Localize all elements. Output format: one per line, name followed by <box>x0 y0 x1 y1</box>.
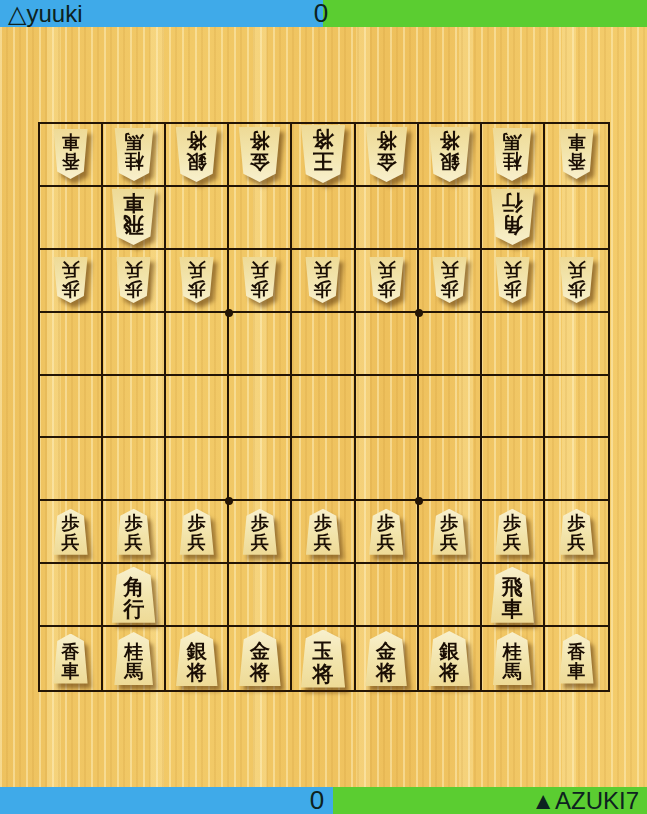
piece-kanji: 歩 <box>377 514 395 533</box>
piece-kanji: 馬 <box>124 662 143 682</box>
piece-kanji: 歩 <box>567 514 585 533</box>
board-cell[interactable]: 歩兵 <box>103 501 166 564</box>
piece-kanji: 将 <box>250 662 270 683</box>
board-cell[interactable]: 銀将 <box>419 124 482 187</box>
board-cell[interactable] <box>40 376 103 439</box>
piece-kanji: 銀 <box>187 151 207 172</box>
shogi-piece-sente[interactable]: 歩兵 <box>241 509 278 555</box>
piece-kanji: 歩 <box>440 514 458 533</box>
board-cell[interactable] <box>482 313 545 376</box>
top-player-name: △yuuki <box>8 0 82 27</box>
board-cell[interactable] <box>419 564 482 627</box>
bottom-player-score: 0 <box>304 786 330 813</box>
board-cell[interactable] <box>482 376 545 439</box>
piece-kanji: 兵 <box>188 260 206 279</box>
top-player-score: 0 <box>308 0 334 26</box>
board-cell[interactable]: 桂馬 <box>103 627 166 690</box>
board-cell[interactable] <box>356 313 419 376</box>
board-cell[interactable] <box>103 438 166 501</box>
board-cell[interactable]: 歩兵 <box>545 250 608 313</box>
board-cell[interactable] <box>40 313 103 376</box>
board-cell[interactable]: 金将 <box>356 124 419 187</box>
piece-kanji: 兵 <box>314 260 332 279</box>
shogi-piece-sente[interactable]: 歩兵 <box>304 509 341 555</box>
piece-kanji: 将 <box>376 130 396 151</box>
board-cell[interactable]: 歩兵 <box>419 501 482 564</box>
board-cell[interactable] <box>545 564 608 627</box>
board-cell[interactable]: 歩兵 <box>103 250 166 313</box>
piece-kanji: 歩 <box>251 514 269 533</box>
board-cell[interactable]: 金将 <box>229 627 292 690</box>
board-cell[interactable]: 銀将 <box>166 627 229 690</box>
piece-kanji: 将 <box>312 128 333 150</box>
piece-kanji: 歩 <box>125 279 143 298</box>
piece-kanji: 車 <box>62 132 80 151</box>
board-cell[interactable]: 金将 <box>229 124 292 187</box>
piece-kanji: 香 <box>62 643 80 662</box>
piece-kanji: 香 <box>567 643 585 662</box>
shogi-piece-sente[interactable]: 飛車 <box>489 567 536 623</box>
shogi-piece-sente[interactable]: 歩兵 <box>368 509 405 555</box>
piece-kanji: 王 <box>312 150 333 172</box>
board-cell[interactable] <box>356 187 419 250</box>
shogi-piece-sente[interactable]: 金将 <box>237 631 282 686</box>
shogi-piece-gote[interactable]: 銀将 <box>174 127 219 182</box>
piece-kanji: 金 <box>250 151 270 172</box>
board-cell[interactable] <box>419 376 482 439</box>
board-cell[interactable]: 歩兵 <box>292 250 355 313</box>
piece-kanji: 桂 <box>124 642 143 662</box>
piece-kanji: 銀 <box>439 641 459 662</box>
piece-kanji: 金 <box>376 641 396 662</box>
bottom-player-name: ▲AZUKI7 <box>531 787 639 814</box>
shogi-board: 香車桂馬銀将金将王将金将銀将桂馬香車飛車角行歩兵歩兵歩兵歩兵歩兵歩兵歩兵歩兵歩兵… <box>38 122 610 692</box>
piece-kanji: 馬 <box>503 662 522 682</box>
board-cell[interactable] <box>229 438 292 501</box>
board-cell[interactable] <box>292 187 355 250</box>
shogi-piece-gote[interactable]: 金将 <box>364 127 409 182</box>
shogi-piece-gote[interactable]: 歩兵 <box>494 257 531 303</box>
board-cell[interactable] <box>545 313 608 376</box>
board-cell[interactable]: 歩兵 <box>482 250 545 313</box>
board-cell[interactable]: 歩兵 <box>419 250 482 313</box>
board-cell[interactable] <box>545 438 608 501</box>
piece-kanji: 兵 <box>503 533 521 552</box>
shogi-piece-sente[interactable]: 角行 <box>110 567 157 623</box>
shogi-piece-gote[interactable]: 歩兵 <box>558 257 595 303</box>
piece-kanji: 角 <box>123 576 144 598</box>
shogi-piece-sente[interactable]: 玉将 <box>299 630 347 688</box>
board-cell[interactable] <box>292 438 355 501</box>
piece-kanji: 兵 <box>567 533 585 552</box>
piece-kanji: 車 <box>502 598 523 620</box>
piece-kanji: 兵 <box>251 260 269 279</box>
piece-kanji: 兵 <box>567 260 585 279</box>
piece-kanji: 香 <box>62 151 80 170</box>
bottom-score-bar: 0 ▲AZUKI7 <box>0 787 647 814</box>
piece-kanji: 歩 <box>188 279 206 298</box>
piece-kanji: 歩 <box>62 279 80 298</box>
shogi-piece-sente[interactable]: 銀将 <box>427 631 472 686</box>
board-cell[interactable] <box>229 376 292 439</box>
board-cell[interactable]: 歩兵 <box>166 250 229 313</box>
piece-kanji: 将 <box>250 130 270 151</box>
shogi-piece-gote[interactable]: 銀将 <box>427 127 472 182</box>
board-cell[interactable]: 歩兵 <box>545 501 608 564</box>
shogi-piece-gote[interactable]: 歩兵 <box>368 257 405 303</box>
shogi-piece-gote[interactable]: 歩兵 <box>241 257 278 303</box>
board-cell[interactable] <box>166 313 229 376</box>
board-cell[interactable]: 歩兵 <box>40 250 103 313</box>
piece-kanji: 兵 <box>125 260 143 279</box>
piece-kanji: 歩 <box>251 279 269 298</box>
board-cell[interactable] <box>419 313 482 376</box>
piece-kanji: 金 <box>376 151 396 172</box>
shogi-piece-gote[interactable]: 桂馬 <box>491 128 533 181</box>
board-cell[interactable]: 歩兵 <box>229 501 292 564</box>
board-cell[interactable]: 銀将 <box>419 627 482 690</box>
board-cell[interactable]: 桂馬 <box>482 627 545 690</box>
piece-kanji: 歩 <box>503 514 521 533</box>
board-cell[interactable]: 歩兵 <box>166 501 229 564</box>
piece-kanji: 歩 <box>314 279 332 298</box>
shogi-piece-gote[interactable]: 歩兵 <box>115 257 152 303</box>
piece-kanji: 将 <box>376 662 396 683</box>
piece-kanji: 将 <box>187 662 207 683</box>
board-cell[interactable] <box>229 564 292 627</box>
shogi-piece-sente[interactable]: 歩兵 <box>178 509 215 555</box>
piece-kanji: 桂 <box>124 151 143 171</box>
board-cell[interactable]: 金将 <box>356 627 419 690</box>
shogi-piece-gote[interactable]: 歩兵 <box>52 257 89 303</box>
piece-kanji: 車 <box>123 192 144 214</box>
shogi-piece-sente[interactable]: 歩兵 <box>558 509 595 555</box>
piece-kanji: 歩 <box>503 279 521 298</box>
shogi-piece-sente[interactable]: 銀将 <box>174 631 219 686</box>
shogi-piece-gote[interactable]: 香車 <box>52 129 89 179</box>
board-cell[interactable]: 桂馬 <box>103 124 166 187</box>
board-cell[interactable] <box>356 564 419 627</box>
piece-kanji: 歩 <box>125 514 143 533</box>
board-cell[interactable]: 歩兵 <box>292 501 355 564</box>
piece-kanji: 玉 <box>312 640 333 662</box>
piece-kanji: 兵 <box>377 260 395 279</box>
piece-kanji: 行 <box>502 192 523 214</box>
board-cell[interactable]: 歩兵 <box>40 501 103 564</box>
board-cell[interactable] <box>166 438 229 501</box>
board-cell[interactable] <box>40 438 103 501</box>
piece-kanji: 将 <box>187 130 207 151</box>
board-cell[interactable]: 銀将 <box>166 124 229 187</box>
piece-kanji: 兵 <box>440 260 458 279</box>
board-cell[interactable] <box>419 187 482 250</box>
board-cell[interactable] <box>166 564 229 627</box>
piece-kanji: 兵 <box>440 533 458 552</box>
piece-kanji: 将 <box>439 130 459 151</box>
piece-kanji: 香 <box>567 151 585 170</box>
piece-kanji: 車 <box>62 662 80 681</box>
board-cell[interactable]: 歩兵 <box>356 250 419 313</box>
piece-kanji: 金 <box>250 641 270 662</box>
piece-kanji: 将 <box>439 662 459 683</box>
piece-kanji: 歩 <box>377 279 395 298</box>
board-cell[interactable] <box>292 564 355 627</box>
piece-kanji: 行 <box>123 598 144 620</box>
piece-kanji: 車 <box>567 662 585 681</box>
piece-kanji: 兵 <box>188 533 206 552</box>
shogi-piece-sente[interactable]: 桂馬 <box>491 632 533 685</box>
piece-kanji: 歩 <box>567 279 585 298</box>
board-cell[interactable]: 香車 <box>545 627 608 690</box>
board-cell[interactable] <box>103 313 166 376</box>
shogi-piece-sente[interactable]: 桂馬 <box>113 632 155 685</box>
piece-kanji: 歩 <box>314 514 332 533</box>
piece-kanji: 飛 <box>502 576 523 598</box>
piece-kanji: 兵 <box>251 533 269 552</box>
board-cell[interactable]: 飛車 <box>482 564 545 627</box>
piece-kanji: 桂 <box>503 642 522 662</box>
shogi-piece-gote[interactable]: 角行 <box>489 189 536 245</box>
board-cell[interactable] <box>356 376 419 439</box>
board-cell[interactable] <box>545 376 608 439</box>
board-cell[interactable] <box>166 376 229 439</box>
piece-kanji: 銀 <box>439 151 459 172</box>
board-cell[interactable]: 歩兵 <box>482 501 545 564</box>
bottom-bar-blue-section <box>0 787 333 814</box>
piece-kanji: 兵 <box>62 260 80 279</box>
piece-kanji: 歩 <box>440 279 458 298</box>
shogi-piece-sente[interactable]: 金将 <box>364 631 409 686</box>
piece-kanji: 歩 <box>188 514 206 533</box>
board-cell[interactable]: 香車 <box>40 627 103 690</box>
shogi-piece-sente[interactable]: 歩兵 <box>431 509 468 555</box>
board-cell[interactable] <box>356 438 419 501</box>
board-cell[interactable] <box>229 313 292 376</box>
shogi-piece-gote[interactable]: 歩兵 <box>304 257 341 303</box>
board-cell[interactable]: 香車 <box>40 124 103 187</box>
shogi-piece-sente[interactable]: 香車 <box>558 634 595 684</box>
piece-kanji: 馬 <box>124 131 143 151</box>
piece-kanji: 車 <box>567 132 585 151</box>
piece-kanji: 飛 <box>123 214 144 236</box>
shogi-piece-gote[interactable]: 飛車 <box>110 189 157 245</box>
board-cell[interactable]: 玉将 <box>292 627 355 690</box>
board-cell[interactable]: 桂馬 <box>482 124 545 187</box>
piece-kanji: 銀 <box>187 641 207 662</box>
board-cell[interactable] <box>103 376 166 439</box>
piece-kanji: 歩 <box>62 514 80 533</box>
board-cell[interactable]: 角行 <box>103 564 166 627</box>
shogi-piece-sente[interactable]: 歩兵 <box>52 509 89 555</box>
board-cell[interactable] <box>229 187 292 250</box>
board-cell[interactable] <box>166 187 229 250</box>
top-score-bar: △yuuki 0 <box>0 0 647 27</box>
shogi-piece-sente[interactable]: 香車 <box>52 634 89 684</box>
top-bar-green-section <box>323 0 647 27</box>
piece-kanji: 将 <box>312 663 333 685</box>
shogi-piece-sente[interactable]: 歩兵 <box>494 509 531 555</box>
board-cell[interactable]: 王将 <box>292 124 355 187</box>
board-cell[interactable] <box>419 438 482 501</box>
piece-kanji: 兵 <box>377 533 395 552</box>
shogi-piece-gote[interactable]: 金将 <box>237 127 282 182</box>
piece-kanji: 兵 <box>314 533 332 552</box>
board-cell[interactable]: 香車 <box>545 124 608 187</box>
piece-kanji: 兵 <box>503 260 521 279</box>
shogi-piece-gote[interactable]: 歩兵 <box>178 257 215 303</box>
shogi-piece-gote[interactable]: 歩兵 <box>431 257 468 303</box>
board-cell[interactable] <box>40 564 103 627</box>
piece-kanji: 兵 <box>62 533 80 552</box>
board-cell[interactable] <box>292 376 355 439</box>
board-cell[interactable] <box>40 187 103 250</box>
piece-kanji: 桂 <box>503 151 522 171</box>
shogi-piece-gote[interactable]: 香車 <box>558 129 595 179</box>
shogi-piece-sente[interactable]: 歩兵 <box>115 509 152 555</box>
board-cell[interactable]: 飛車 <box>103 187 166 250</box>
board-cell[interactable]: 角行 <box>482 187 545 250</box>
piece-kanji: 馬 <box>503 131 522 151</box>
board-cell[interactable]: 歩兵 <box>229 250 292 313</box>
board-cell[interactable] <box>482 438 545 501</box>
board-cell[interactable]: 歩兵 <box>356 501 419 564</box>
piece-kanji: 角 <box>502 214 523 236</box>
shogi-piece-gote[interactable]: 桂馬 <box>113 128 155 181</box>
board-cell[interactable] <box>292 313 355 376</box>
board-cell[interactable] <box>545 187 608 250</box>
piece-kanji: 兵 <box>125 533 143 552</box>
shogi-piece-gote[interactable]: 王将 <box>299 125 347 183</box>
